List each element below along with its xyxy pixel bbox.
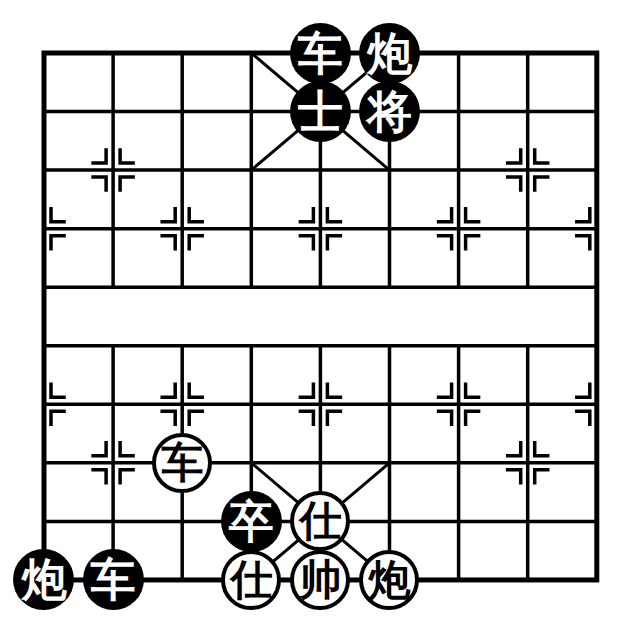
piece-black-chariot[interactable]: 车 [83,549,144,610]
pieces-layer: 车炮士将车卒仕炮车仕帅炮 [9,24,631,610]
piece-black-chariot[interactable]: 车 [290,23,351,84]
piece-black-advisor[interactable]: 士 [290,81,351,142]
piece-red-chariot[interactable]: 车 [152,433,212,493]
piece-red-cannon[interactable]: 炮 [359,550,419,610]
piece-black-soldier[interactable]: 卒 [221,491,282,552]
piece-red-advisor[interactable]: 仕 [221,550,281,610]
piece-black-general[interactable]: 将 [359,81,420,142]
xiangqi-board: 车炮士将车卒仕炮车仕帅炮 [0,0,640,640]
piece-black-cannon[interactable]: 炮 [359,23,420,84]
piece-red-advisor[interactable]: 仕 [290,491,350,551]
piece-red-general[interactable]: 帅 [290,550,350,610]
piece-black-cannon[interactable]: 炮 [13,549,74,610]
